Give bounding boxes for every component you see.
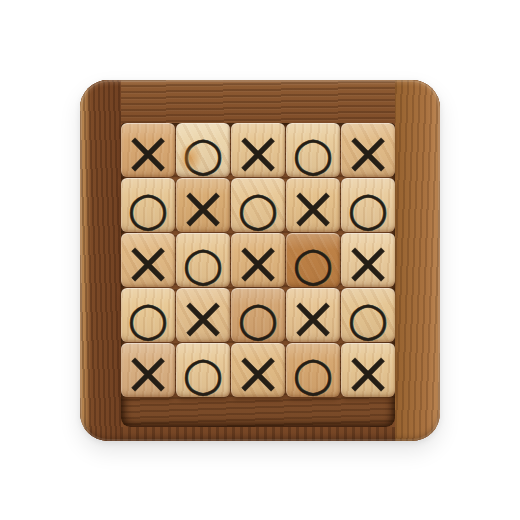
cube-r2c4[interactable]: × xyxy=(286,178,340,232)
cube-r5c2[interactable]: ○ xyxy=(176,343,230,397)
cube-r3c5[interactable]: × xyxy=(341,233,395,287)
cube-r5c5[interactable]: × xyxy=(341,343,395,397)
x-mark: × xyxy=(234,344,283,402)
x-mark: × xyxy=(289,179,338,237)
o-mark: ○ xyxy=(237,295,278,342)
x-mark: × xyxy=(124,234,173,292)
o-mark: ○ xyxy=(182,130,223,177)
x-mark: × xyxy=(344,124,393,182)
x-mark: × xyxy=(344,234,393,292)
cube-r2c5[interactable]: ○ xyxy=(341,178,395,232)
game-board: ×○×○×○×○×○×○×○×○×○×○×○×○× xyxy=(80,80,440,441)
x-mark: × xyxy=(289,289,338,347)
x-mark: × xyxy=(234,124,283,182)
board-frame-top xyxy=(80,80,440,123)
cube-r3c4[interactable]: ○ xyxy=(286,233,340,287)
o-mark: ○ xyxy=(182,350,223,397)
cube-r5c1[interactable]: × xyxy=(121,343,175,397)
cube-r4c5[interactable]: ○ xyxy=(341,288,395,342)
o-mark: ○ xyxy=(292,240,333,287)
o-mark: ○ xyxy=(347,295,388,342)
x-mark: × xyxy=(124,124,173,182)
cube-r1c5[interactable]: × xyxy=(341,123,395,177)
cube-r2c2[interactable]: × xyxy=(176,178,230,232)
cube-r4c3[interactable]: ○ xyxy=(231,288,285,342)
cube-r2c1[interactable]: ○ xyxy=(121,178,175,232)
x-mark: × xyxy=(179,289,228,347)
x-mark: × xyxy=(124,344,173,402)
o-mark: ○ xyxy=(347,185,388,232)
cube-r3c2[interactable]: ○ xyxy=(176,233,230,287)
x-mark: × xyxy=(234,234,283,292)
o-mark: ○ xyxy=(182,240,223,287)
board-frame-right xyxy=(395,80,440,441)
cube-r4c1[interactable]: ○ xyxy=(121,288,175,342)
o-mark: ○ xyxy=(127,185,168,232)
cube-grid: ×○×○×○×○×○×○×○×○×○×○×○×○× xyxy=(121,123,395,397)
cube-r1c4[interactable]: ○ xyxy=(286,123,340,177)
o-mark: ○ xyxy=(127,295,168,342)
cube-r1c1[interactable]: × xyxy=(121,123,175,177)
cube-r3c3[interactable]: × xyxy=(231,233,285,287)
o-mark: ○ xyxy=(237,185,278,232)
cube-r4c4[interactable]: × xyxy=(286,288,340,342)
cube-r4c2[interactable]: × xyxy=(176,288,230,342)
board-tray: ×○×○×○×○×○×○×○×○×○×○×○×○× xyxy=(121,123,395,427)
cube-r5c3[interactable]: × xyxy=(231,343,285,397)
cube-r5c4[interactable]: ○ xyxy=(286,343,340,397)
cube-r2c3[interactable]: ○ xyxy=(231,178,285,232)
board-frame-bottom xyxy=(80,427,440,441)
x-mark: × xyxy=(344,344,393,402)
o-mark: ○ xyxy=(292,130,333,177)
cube-r3c1[interactable]: × xyxy=(121,233,175,287)
board-frame-left xyxy=(80,80,121,441)
x-mark: × xyxy=(179,179,228,237)
cube-r1c3[interactable]: × xyxy=(231,123,285,177)
cube-r1c2[interactable]: ○ xyxy=(176,123,230,177)
o-mark: ○ xyxy=(292,350,333,397)
